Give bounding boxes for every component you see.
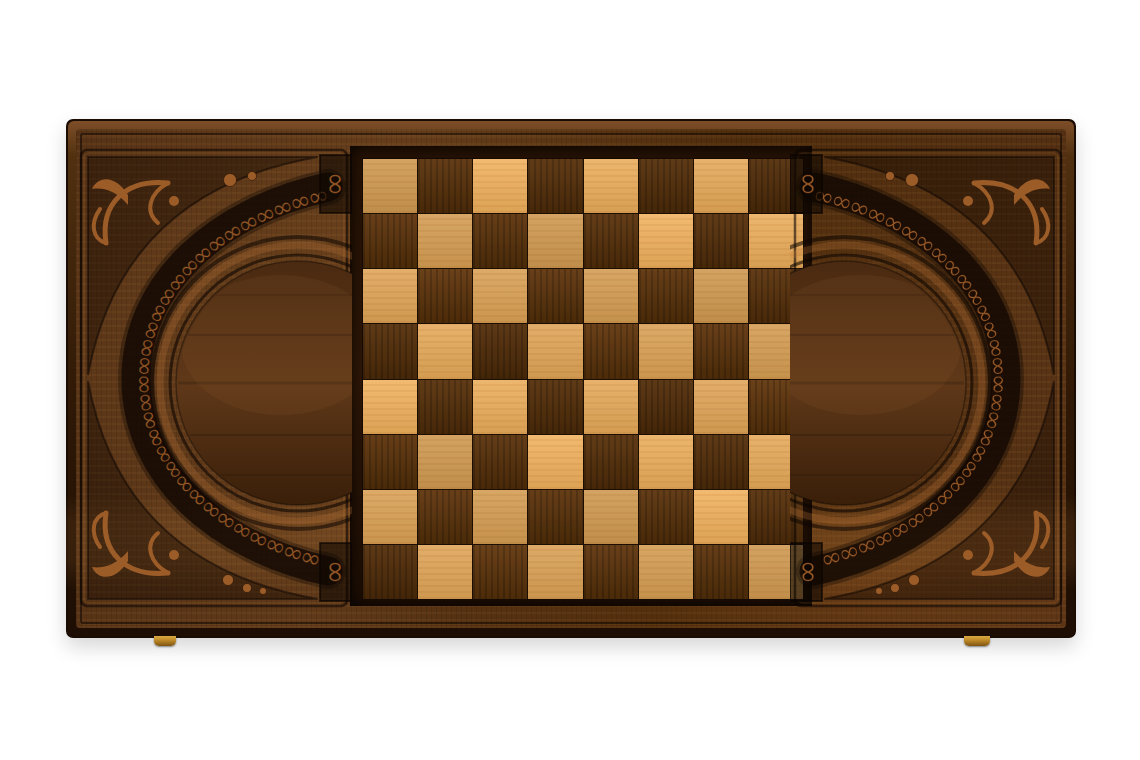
square-g7 <box>694 214 748 268</box>
carved-panel-right: ∞∞∞∞∞∞∞∞∞∞∞∞∞∞∞∞∞∞∞∞∞∞∞∞∞∞∞∞∞∞ ∞ ∞ <box>790 145 1066 611</box>
square-e5 <box>584 324 638 378</box>
square-d2 <box>528 490 582 544</box>
square-b1 <box>418 545 472 599</box>
square-g4 <box>694 380 748 434</box>
square-d1 <box>528 545 582 599</box>
square-c7 <box>473 214 527 268</box>
square-f7 <box>639 214 693 268</box>
square-f6 <box>639 269 693 323</box>
square-b5 <box>418 324 472 378</box>
square-f8 <box>639 159 693 213</box>
square-d3 <box>528 435 582 489</box>
knot-square-bottom: ∞ <box>790 543 824 601</box>
square-g3 <box>694 435 748 489</box>
square-c1 <box>473 545 527 599</box>
square-c5 <box>473 324 527 378</box>
square-b7 <box>418 214 472 268</box>
square-f4 <box>639 380 693 434</box>
carved-panel-art: ∞∞∞∞∞∞∞∞∞∞∞∞∞∞∞∞∞∞∞∞∞∞∞∞∞∞∞∞∞∞ ∞ ∞ <box>76 145 352 611</box>
square-e4 <box>584 380 638 434</box>
square-e6 <box>584 269 638 323</box>
square-b2 <box>418 490 472 544</box>
square-g1 <box>694 545 748 599</box>
square-a5 <box>363 324 417 378</box>
knot-square-top: ∞ <box>790 155 824 213</box>
square-g2 <box>694 490 748 544</box>
square-a3 <box>363 435 417 489</box>
square-g6 <box>694 269 748 323</box>
photo-stage: ∞∞∞∞∞∞∞∞∞∞∞∞∞∞∞∞∞∞∞∞∞∞∞∞∞∞∞∞∞∞ ∞ ∞ <box>0 0 1140 760</box>
square-g8 <box>694 159 748 213</box>
square-d6 <box>528 269 582 323</box>
svg-text:∞: ∞ <box>319 560 353 585</box>
square-c4 <box>473 380 527 434</box>
square-c2 <box>473 490 527 544</box>
square-d7 <box>528 214 582 268</box>
square-b8 <box>418 159 472 213</box>
square-d4 <box>528 380 582 434</box>
square-a7 <box>363 214 417 268</box>
square-g5 <box>694 324 748 378</box>
square-f5 <box>639 324 693 378</box>
square-b4 <box>418 380 472 434</box>
square-e7 <box>584 214 638 268</box>
knot-square-bottom: ∞ <box>319 543 353 601</box>
square-c3 <box>473 435 527 489</box>
square-e2 <box>584 490 638 544</box>
square-a1 <box>363 545 417 599</box>
svg-text:∞: ∞ <box>319 172 353 197</box>
square-d5 <box>528 324 582 378</box>
knot-square-top: ∞ <box>319 155 353 213</box>
square-a6 <box>363 269 417 323</box>
backgammon-case-lid: ∞∞∞∞∞∞∞∞∞∞∞∞∞∞∞∞∞∞∞∞∞∞∞∞∞∞∞∞∞∞ ∞ ∞ <box>66 119 1076 638</box>
svg-text:∞: ∞ <box>790 172 824 197</box>
svg-text:∞: ∞ <box>790 560 824 585</box>
square-c8 <box>473 159 527 213</box>
square-a4 <box>363 380 417 434</box>
square-e1 <box>584 545 638 599</box>
square-a8 <box>363 159 417 213</box>
square-a2 <box>363 490 417 544</box>
square-f2 <box>639 490 693 544</box>
square-f3 <box>639 435 693 489</box>
square-b3 <box>418 435 472 489</box>
chessboard <box>362 158 804 600</box>
carved-panel-left: ∞∞∞∞∞∞∞∞∞∞∞∞∞∞∞∞∞∞∞∞∞∞∞∞∞∞∞∞∞∞ ∞ ∞ <box>76 145 352 611</box>
square-e3 <box>584 435 638 489</box>
square-b6 <box>418 269 472 323</box>
carved-panel-art: ∞∞∞∞∞∞∞∞∞∞∞∞∞∞∞∞∞∞∞∞∞∞∞∞∞∞∞∞∞∞ ∞ ∞ <box>790 145 1066 611</box>
square-c6 <box>473 269 527 323</box>
square-e8 <box>584 159 638 213</box>
square-d8 <box>528 159 582 213</box>
square-f1 <box>639 545 693 599</box>
